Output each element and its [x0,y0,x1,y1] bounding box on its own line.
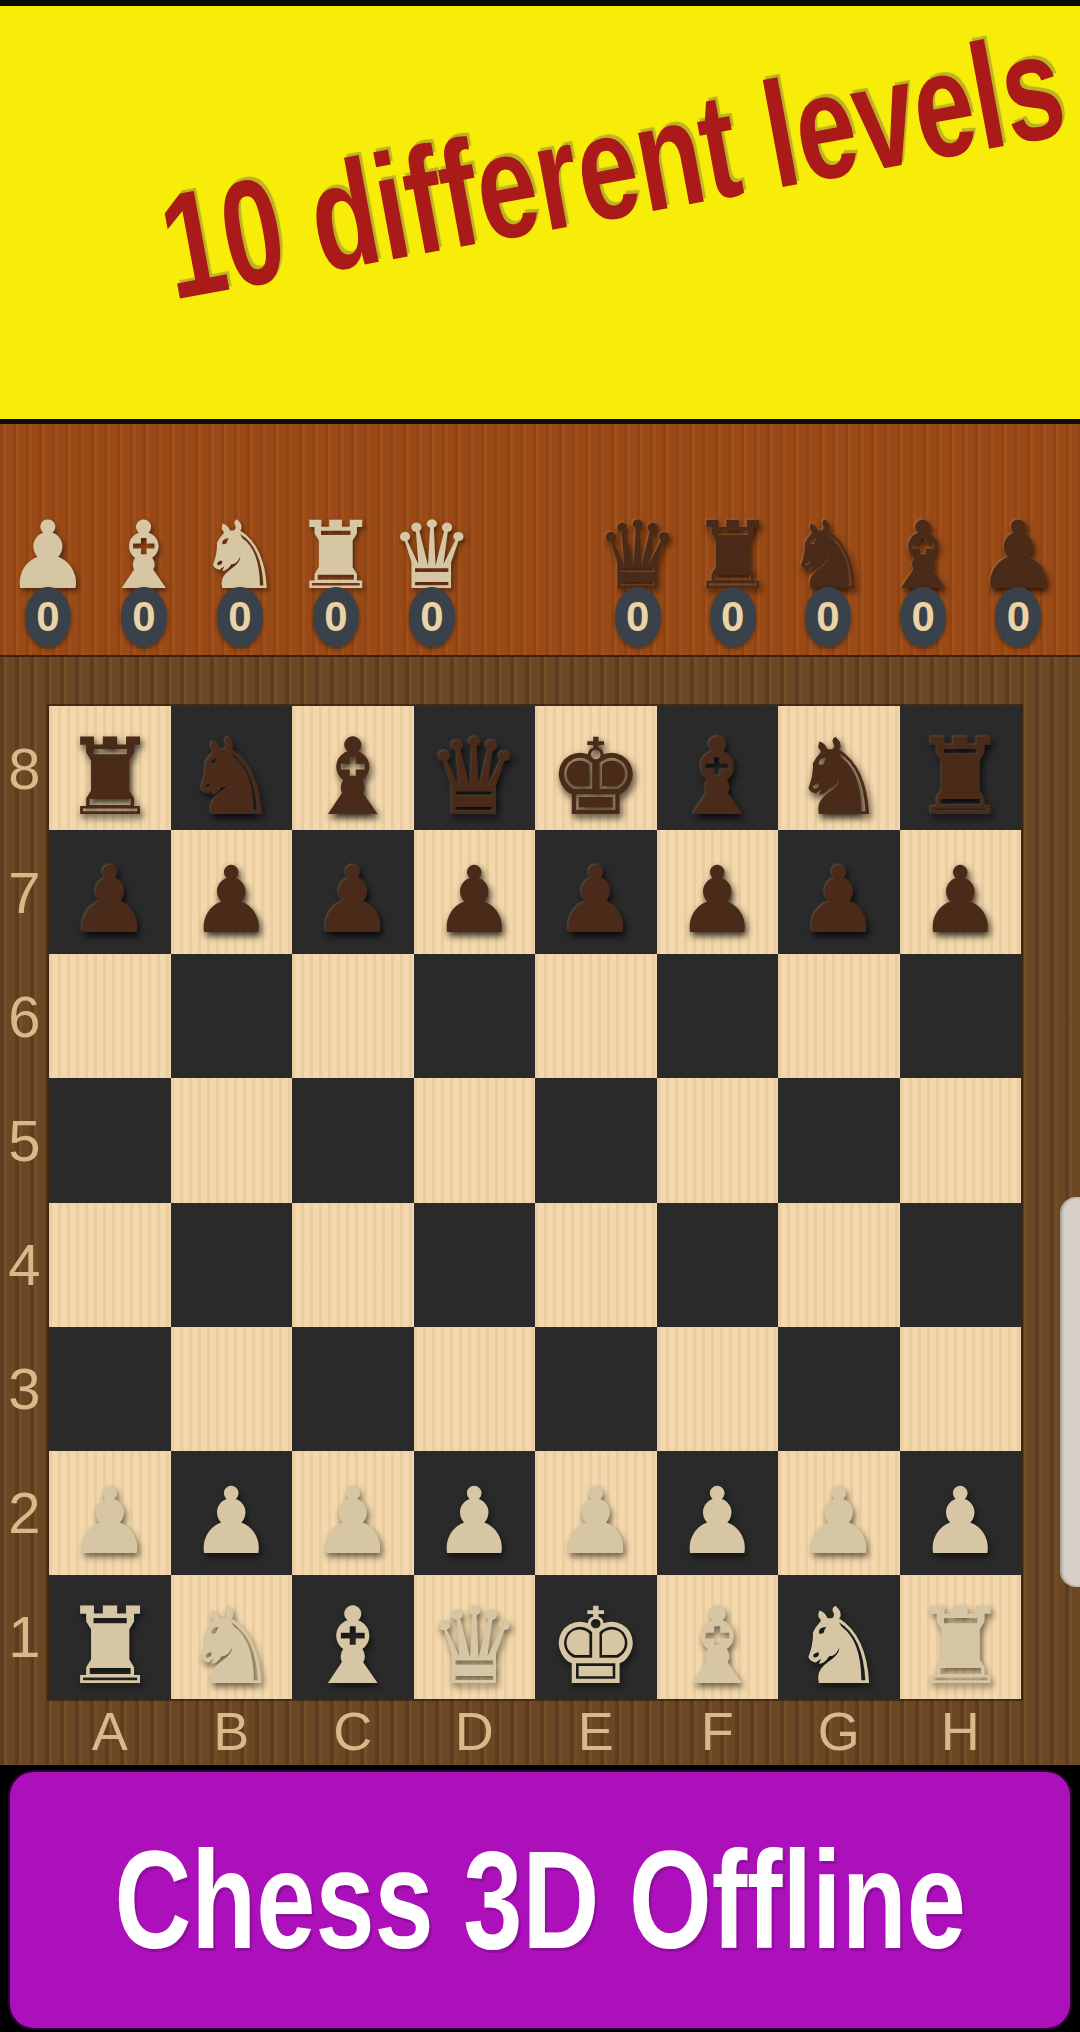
square-g1[interactable]: ♞ [778,1575,900,1699]
white-pawn-g2[interactable]: ♟ [798,1475,880,1567]
white-knight-g1[interactable]: ♞ [791,1593,886,1699]
white-pawn-a2[interactable]: ♟ [69,1475,151,1567]
app-title-text: Chess 3D Offline [114,1830,965,1970]
square-e7[interactable]: ♟ [535,830,657,954]
capture-count: 0 [995,587,1041,647]
black-pawn-b7[interactable]: ♟ [190,854,272,946]
square-g6[interactable] [778,954,900,1078]
square-a7[interactable]: ♟ [49,830,171,954]
square-f8[interactable]: ♝ [657,706,779,830]
black-rook-a8[interactable]: ♜ [62,724,157,830]
square-g4[interactable] [778,1203,900,1327]
square-e5[interactable] [535,1078,657,1202]
captured-white-rook-counter: ♜0 [288,432,384,647]
white-pawn-c2[interactable]: ♟ [312,1475,394,1567]
square-g7[interactable]: ♟ [778,830,900,954]
black-pawn-e7[interactable]: ♟ [555,854,637,946]
black-pawn-d7[interactable]: ♟ [433,854,515,946]
rank-labels: 87654321 [0,706,49,1699]
square-f6[interactable] [657,954,779,1078]
square-g2[interactable]: ♟ [778,1451,900,1575]
square-b2[interactable]: ♟ [171,1451,293,1575]
black-knight-g8[interactable]: ♞ [791,724,886,830]
black-knight-b8[interactable]: ♞ [184,724,279,830]
square-f7[interactable]: ♟ [657,830,779,954]
captured-black-rook-counter: ♜0 [685,432,780,647]
square-b6[interactable] [171,954,293,1078]
capture-count: 0 [121,587,167,647]
rank-label-6: 6 [0,954,49,1078]
white-rook-h1[interactable]: ♜ [913,1593,1008,1699]
file-label-c: C [292,1699,414,1763]
square-a5[interactable] [49,1078,171,1202]
white-bishop-c1[interactable]: ♝ [305,1593,400,1699]
square-b5[interactable] [171,1078,293,1202]
black-pawn-a7[interactable]: ♟ [69,854,151,946]
capture-count: 0 [217,587,263,647]
square-g5[interactable] [778,1078,900,1202]
square-a1[interactable]: ♜ [49,1575,171,1699]
square-d3[interactable] [414,1327,536,1451]
square-g3[interactable] [778,1327,900,1451]
square-d8[interactable]: ♛ [414,706,536,830]
file-label-d: D [414,1699,536,1763]
square-d6[interactable] [414,954,536,1078]
square-f3[interactable] [657,1327,779,1451]
rank-label-3: 3 [0,1327,49,1451]
square-e8[interactable]: ♚ [535,706,657,830]
white-king-e1[interactable]: ♚ [548,1593,643,1699]
file-label-a: A [49,1699,171,1763]
square-h7[interactable]: ♟ [900,830,1022,954]
square-g8[interactable]: ♞ [778,706,900,830]
square-d1[interactable]: ♛ [414,1575,536,1699]
black-bishop-f8[interactable]: ♝ [670,724,765,830]
black-pawn-f7[interactable]: ♟ [676,854,758,946]
capture-count: 0 [615,587,661,647]
square-b8[interactable]: ♞ [171,706,293,830]
captured-white-queen-counter: ♛0 [384,432,480,647]
square-b3[interactable] [171,1327,293,1451]
captured-black-knight-counter: ♞0 [780,432,875,647]
black-pawn-g7[interactable]: ♟ [798,854,880,946]
promo-banner-top: 10 different levels [0,6,1080,419]
square-b4[interactable] [171,1203,293,1327]
square-h8[interactable]: ♜ [900,706,1022,830]
chess-board[interactable]: ♜♞♝♛♚♝♞♜♟♟♟♟♟♟♟♟♟♟♟♟♟♟♟♟♜♞♝♛♚♝♞♜ [49,706,1021,1699]
file-labels: ABCDEFGH [49,1699,1021,1763]
square-c2[interactable]: ♟ [292,1451,414,1575]
square-f5[interactable] [657,1078,779,1202]
capture-count: 0 [409,587,455,647]
black-queen-d8[interactable]: ♛ [427,724,522,830]
captured-white-bishop-counter: ♝0 [96,432,192,647]
app-title-banner[interactable]: Chess 3D Offline [8,1770,1072,2030]
white-pawn-b2[interactable]: ♟ [190,1475,272,1567]
square-c7[interactable]: ♟ [292,830,414,954]
square-h4[interactable] [900,1203,1022,1327]
square-f4[interactable] [657,1203,779,1327]
square-h5[interactable] [900,1078,1022,1202]
captured-black-pawn-counter: ♟0 [971,432,1066,647]
white-knight-b1[interactable]: ♞ [184,1593,279,1699]
square-a6[interactable] [49,954,171,1078]
square-e2[interactable]: ♟ [535,1451,657,1575]
promo-headline-text: 10 different levels [150,9,1074,323]
white-bishop-f1[interactable]: ♝ [670,1593,765,1699]
square-d2[interactable]: ♟ [414,1451,536,1575]
file-label-e: E [535,1699,657,1763]
square-e1[interactable]: ♚ [535,1575,657,1699]
square-c4[interactable] [292,1203,414,1327]
square-b1[interactable]: ♞ [171,1575,293,1699]
promo-headline: 10 different levels [0,6,1080,355]
square-h1[interactable]: ♜ [900,1575,1022,1699]
square-d5[interactable] [414,1078,536,1202]
square-h6[interactable] [900,954,1022,1078]
white-pawn-e2[interactable]: ♟ [555,1475,637,1567]
black-rook-h8[interactable]: ♜ [913,724,1008,830]
square-a8[interactable]: ♜ [49,706,171,830]
captured-white-knight-counter: ♞0 [192,432,288,647]
black-bishop-c8[interactable]: ♝ [305,724,400,830]
black-pawn-c7[interactable]: ♟ [312,854,394,946]
file-label-b: B [171,1699,293,1763]
square-d4[interactable] [414,1203,536,1327]
chess-board-frame: 87654321 ♜♞♝♛♚♝♞♜♟♟♟♟♟♟♟♟♟♟♟♟♟♟♟♟♜♞♝♛♚♝♞… [0,655,1080,1765]
capture-count: 0 [805,587,851,647]
white-tray: ♟0♝0♞0♜0♛0 [0,432,480,647]
white-queen-d1[interactable]: ♛ [427,1593,522,1699]
file-label-h: H [900,1699,1022,1763]
square-e4[interactable] [535,1203,657,1327]
square-h2[interactable]: ♟ [900,1451,1022,1575]
square-c3[interactable] [292,1327,414,1451]
black-king-e8[interactable]: ♚ [548,724,643,830]
captured-white-pawn-counter: ♟0 [0,432,96,647]
black-tray: ♛0♜0♞0♝0♟0 [590,432,1066,647]
white-pawn-d2[interactable]: ♟ [433,1475,515,1567]
square-a4[interactable] [49,1203,171,1327]
square-c1[interactable]: ♝ [292,1575,414,1699]
white-rook-a1[interactable]: ♜ [62,1593,157,1699]
rank-label-4: 4 [0,1203,49,1327]
white-pawn-f2[interactable]: ♟ [676,1475,758,1567]
captured-black-bishop-counter: ♝0 [876,432,971,647]
capture-count: 0 [900,587,946,647]
captured-black-queen-counter: ♛0 [590,432,685,647]
square-e3[interactable] [535,1327,657,1451]
square-d7[interactable]: ♟ [414,830,536,954]
rank-label-7: 7 [0,830,49,954]
capture-count: 0 [25,587,71,647]
promo-banner-bottom-section: Chess 3D Offline [0,1765,1080,2032]
square-f1[interactable]: ♝ [657,1575,779,1699]
file-label-g: G [778,1699,900,1763]
square-c8[interactable]: ♝ [292,706,414,830]
capture-count: 0 [710,587,756,647]
square-c6[interactable] [292,954,414,1078]
square-c5[interactable] [292,1078,414,1202]
square-b7[interactable]: ♟ [171,830,293,954]
file-label-f: F [657,1699,779,1763]
drawer-handle[interactable] [1060,1197,1080,1587]
square-e6[interactable] [535,954,657,1078]
square-h3[interactable] [900,1327,1022,1451]
rank-label-2: 2 [0,1451,49,1575]
white-pawn-h2[interactable]: ♟ [919,1475,1001,1567]
square-f2[interactable]: ♟ [657,1451,779,1575]
square-a2[interactable]: ♟ [49,1451,171,1575]
rank-label-5: 5 [0,1078,49,1202]
black-pawn-h7[interactable]: ♟ [919,854,1001,946]
square-a3[interactable] [49,1327,171,1451]
captured-pieces-tray: ♟0♝0♞0♜0♛0 ♛0♜0♞0♝0♟0 [0,424,1080,655]
rank-label-1: 1 [0,1575,49,1699]
rank-label-8: 8 [0,706,49,830]
capture-count: 0 [313,587,359,647]
